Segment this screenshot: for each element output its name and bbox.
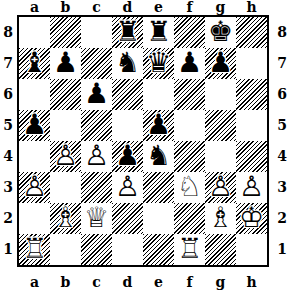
- square-g1[interactable]: [205, 234, 236, 265]
- square-e6[interactable]: [143, 79, 174, 110]
- square-b7[interactable]: ♟: [50, 48, 81, 79]
- square-b3[interactable]: [50, 172, 81, 203]
- black-pawn-piece[interactable]: ♟: [205, 48, 236, 79]
- file-label-h: h: [236, 272, 267, 294]
- white-pawn-piece[interactable]: ♟♙: [236, 172, 267, 203]
- file-label-g: g: [205, 272, 236, 294]
- rank-label-3: 3: [0, 172, 16, 203]
- square-d1[interactable]: [112, 234, 143, 265]
- file-label-c: c: [81, 272, 112, 294]
- square-c4[interactable]: ♟♙: [81, 141, 112, 172]
- square-c3[interactable]: [81, 172, 112, 203]
- square-e5[interactable]: ♟: [143, 110, 174, 141]
- square-d6[interactable]: [112, 79, 143, 110]
- square-h5[interactable]: [236, 110, 267, 141]
- square-b6[interactable]: [50, 79, 81, 110]
- square-a6[interactable]: [19, 79, 50, 110]
- square-g4[interactable]: [205, 141, 236, 172]
- square-e2[interactable]: [143, 203, 174, 234]
- white-bishop-piece[interactable]: ♝♗: [50, 203, 81, 234]
- rank-label-6: 6: [0, 79, 16, 110]
- white-queen-piece[interactable]: ♛♕: [81, 203, 112, 234]
- rank-labels-right: 87654321: [272, 17, 292, 265]
- square-h4[interactable]: [236, 141, 267, 172]
- square-g2[interactable]: ♝♗: [205, 203, 236, 234]
- file-label-f: f: [174, 272, 205, 294]
- white-rook-piece[interactable]: ♜♖: [174, 234, 205, 265]
- black-pawn-piece[interactable]: ♟: [81, 79, 112, 110]
- square-e8[interactable]: ♜: [143, 17, 174, 48]
- black-pawn-piece[interactable]: ♟: [19, 110, 50, 141]
- white-pawn-piece[interactable]: ♟♙: [19, 172, 50, 203]
- rank-label-8: 8: [0, 17, 16, 48]
- white-pawn-piece[interactable]: ♟♙: [50, 141, 81, 172]
- rank-label-5: 5: [0, 110, 16, 141]
- square-e1[interactable]: [143, 234, 174, 265]
- square-a2[interactable]: [19, 203, 50, 234]
- square-b8[interactable]: [50, 17, 81, 48]
- square-h3[interactable]: ♟♙: [236, 172, 267, 203]
- square-a8[interactable]: [19, 17, 50, 48]
- black-queen-piece[interactable]: ♛: [143, 48, 174, 79]
- square-b1[interactable]: [50, 234, 81, 265]
- square-c1[interactable]: [81, 234, 112, 265]
- black-pawn-piece[interactable]: ♟: [112, 141, 143, 172]
- white-rook-piece[interactable]: ♜♖: [19, 234, 50, 265]
- square-a7[interactable]: ♝: [19, 48, 50, 79]
- square-c7[interactable]: [81, 48, 112, 79]
- square-d3[interactable]: ♟♙: [112, 172, 143, 203]
- square-e3[interactable]: [143, 172, 174, 203]
- square-f4[interactable]: [174, 141, 205, 172]
- rank-label-7: 7: [272, 48, 292, 79]
- square-c5[interactable]: [81, 110, 112, 141]
- file-label-e: e: [143, 272, 174, 294]
- square-f3[interactable]: ♞♘: [174, 172, 205, 203]
- square-g6[interactable]: [205, 79, 236, 110]
- square-a1[interactable]: ♜♖: [19, 234, 50, 265]
- square-a3[interactable]: ♟♙: [19, 172, 50, 203]
- square-g8[interactable]: ♚: [205, 17, 236, 48]
- square-f8[interactable]: [174, 17, 205, 48]
- black-knight-piece[interactable]: ♞: [143, 141, 174, 172]
- square-h7[interactable]: [236, 48, 267, 79]
- square-b4[interactable]: ♟♙: [50, 141, 81, 172]
- square-f2[interactable]: [174, 203, 205, 234]
- rank-label-4: 4: [0, 141, 16, 172]
- white-pawn-piece[interactable]: ♟♙: [205, 172, 236, 203]
- file-label-a: a: [19, 272, 50, 294]
- rank-label-1: 1: [0, 234, 16, 265]
- white-bishop-piece[interactable]: ♝♗: [205, 203, 236, 234]
- black-rook-piece[interactable]: ♜: [143, 17, 174, 48]
- white-pawn-piece[interactable]: ♟♙: [81, 141, 112, 172]
- file-label-d: d: [112, 272, 143, 294]
- file-label-d: d: [112, 0, 143, 15]
- rank-label-2: 2: [0, 203, 16, 234]
- white-knight-piece[interactable]: ♞♘: [174, 172, 205, 203]
- white-pawn-piece[interactable]: ♟♙: [112, 172, 143, 203]
- chess-board: ♜♜♚♝♟♞♛♟♟♟♟♟♟♙♟♙♟♞♟♙♟♙♞♘♟♙♟♙♝♗♛♕♝♗♚♔♜♖♜♖: [17, 15, 269, 267]
- rank-label-5: 5: [272, 110, 292, 141]
- square-a4[interactable]: [19, 141, 50, 172]
- rank-label-1: 1: [272, 234, 292, 265]
- square-c6[interactable]: ♟: [81, 79, 112, 110]
- file-label-g: g: [205, 0, 236, 15]
- rank-label-4: 4: [272, 141, 292, 172]
- square-e4[interactable]: ♞: [143, 141, 174, 172]
- white-king-piece[interactable]: ♚♔: [236, 203, 267, 234]
- file-label-h: h: [236, 0, 267, 15]
- black-pawn-piece[interactable]: ♟: [50, 48, 81, 79]
- file-label-a: a: [19, 0, 50, 15]
- square-f5[interactable]: [174, 110, 205, 141]
- black-king-piece[interactable]: ♚: [205, 17, 236, 48]
- rank-label-2: 2: [272, 203, 292, 234]
- black-knight-piece[interactable]: ♞: [112, 48, 143, 79]
- black-pawn-piece[interactable]: ♟: [174, 48, 205, 79]
- file-label-f: f: [174, 0, 205, 15]
- file-labels-top: abcdefgh: [19, 0, 267, 15]
- square-a5[interactable]: ♟: [19, 110, 50, 141]
- square-c8[interactable]: [81, 17, 112, 48]
- square-f6[interactable]: [174, 79, 205, 110]
- square-b5[interactable]: [50, 110, 81, 141]
- rank-labels-left: 87654321: [0, 17, 16, 265]
- rank-label-3: 3: [272, 172, 292, 203]
- file-label-e: e: [143, 0, 174, 15]
- rank-label-8: 8: [272, 17, 292, 48]
- square-h1[interactable]: [236, 234, 267, 265]
- square-f7[interactable]: ♟: [174, 48, 205, 79]
- file-label-c: c: [81, 0, 112, 15]
- square-d8[interactable]: ♜: [112, 17, 143, 48]
- square-h6[interactable]: [236, 79, 267, 110]
- square-d5[interactable]: [112, 110, 143, 141]
- rank-label-7: 7: [0, 48, 16, 79]
- square-g7[interactable]: ♟: [205, 48, 236, 79]
- square-e7[interactable]: ♛: [143, 48, 174, 79]
- square-d7[interactable]: ♞: [112, 48, 143, 79]
- square-h8[interactable]: [236, 17, 267, 48]
- black-bishop-piece[interactable]: ♝: [19, 48, 50, 79]
- file-labels-bottom: abcdefgh: [19, 272, 267, 294]
- file-label-b: b: [50, 272, 81, 294]
- file-label-b: b: [50, 0, 81, 15]
- black-rook-piece[interactable]: ♜: [112, 17, 143, 48]
- black-pawn-piece[interactable]: ♟: [143, 110, 174, 141]
- square-f1[interactable]: ♜♖: [174, 234, 205, 265]
- square-d4[interactable]: ♟: [112, 141, 143, 172]
- square-c2[interactable]: ♛♕: [81, 203, 112, 234]
- rank-label-6: 6: [272, 79, 292, 110]
- square-b2[interactable]: ♝♗: [50, 203, 81, 234]
- square-d2[interactable]: [112, 203, 143, 234]
- chess-diagram: abcdefgh 87654321 ♜♜♚♝♟♞♛♟♟♟♟♟♟♙♟♙♟♞♟♙♟♙…: [0, 0, 294, 295]
- square-g5[interactable]: [205, 110, 236, 141]
- square-h2[interactable]: ♚♔: [236, 203, 267, 234]
- square-g3[interactable]: ♟♙: [205, 172, 236, 203]
